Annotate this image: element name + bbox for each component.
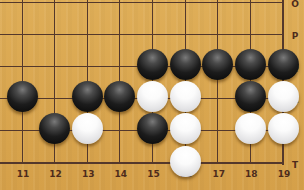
coord-label-bottom-15: 15: [147, 169, 160, 179]
black-stone-R14[interactable]: [104, 81, 135, 112]
black-stone-Q15[interactable]: [137, 49, 168, 80]
white-stone-R19[interactable]: [268, 81, 299, 112]
go-board[interactable]: 111213141516171819OPQRST: [0, 0, 304, 190]
white-stone-S16[interactable]: [170, 113, 201, 144]
black-stone-Q19[interactable]: [268, 49, 299, 80]
black-stone-Q18[interactable]: [235, 49, 266, 80]
coord-label-bottom-17: 17: [212, 169, 225, 179]
black-stone-R13[interactable]: [72, 81, 103, 112]
black-stone-S12[interactable]: [39, 113, 70, 144]
coord-label-bottom-14: 14: [115, 169, 128, 179]
white-stone-S19[interactable]: [268, 113, 299, 144]
coord-label-bottom-11: 11: [17, 169, 30, 179]
black-stone-R11[interactable]: [7, 81, 38, 112]
white-stone-R15[interactable]: [137, 81, 168, 112]
coord-label-bottom-13: 13: [82, 169, 95, 179]
coord-label-right-O: O: [291, 0, 299, 9]
white-stone-T16[interactable]: [170, 146, 201, 177]
coord-label-right-P: P: [292, 31, 299, 41]
white-stone-R16[interactable]: [170, 81, 201, 112]
black-stone-Q17[interactable]: [202, 49, 233, 80]
coord-label-bottom-19: 19: [278, 169, 291, 179]
black-stone-Q16[interactable]: [170, 49, 201, 80]
coord-label-bottom-12: 12: [49, 169, 62, 179]
stones-layer: [0, 0, 304, 190]
coord-label-bottom-18: 18: [245, 169, 258, 179]
white-stone-S13[interactable]: [72, 113, 103, 144]
coord-label-right-T: T: [292, 160, 298, 170]
white-stone-S18[interactable]: [235, 113, 266, 144]
black-stone-S15[interactable]: [137, 113, 168, 144]
black-stone-R18[interactable]: [235, 81, 266, 112]
